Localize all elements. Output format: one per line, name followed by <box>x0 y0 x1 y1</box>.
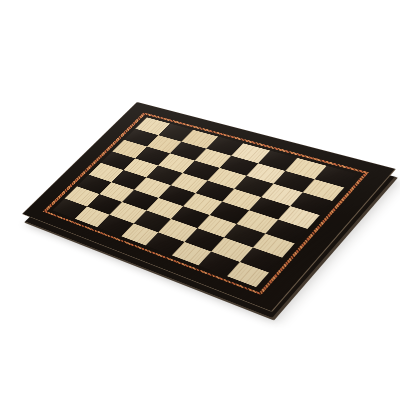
product-photo <box>0 0 400 400</box>
board-squares <box>53 117 357 287</box>
chess-board <box>22 102 396 312</box>
